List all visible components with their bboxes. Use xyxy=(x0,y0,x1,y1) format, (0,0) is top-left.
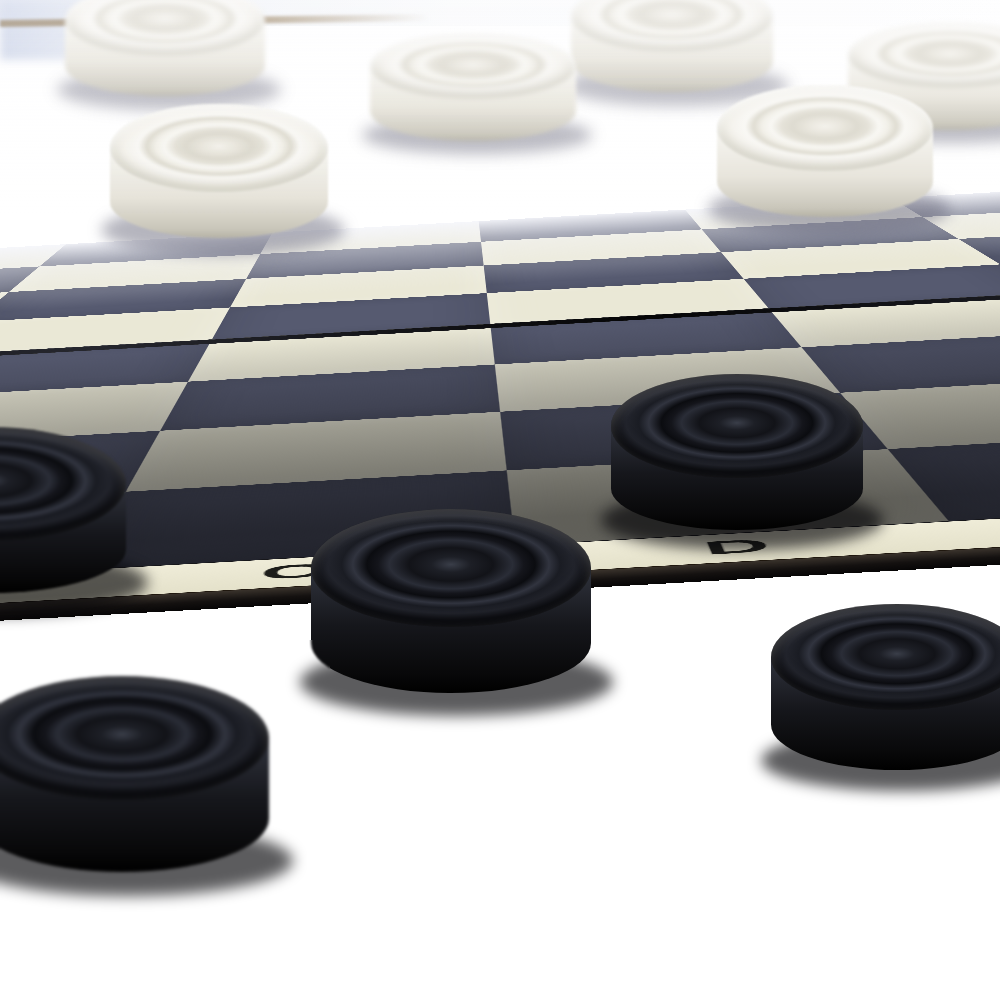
white-checker-e5[interactable] xyxy=(717,85,933,217)
black-checker-c1[interactable] xyxy=(0,676,269,872)
piece-top xyxy=(110,104,328,192)
piece-top xyxy=(311,509,591,627)
checkers-photo-scene: ABCDEFGH xyxy=(0,0,1000,1000)
piece-top xyxy=(717,85,933,171)
pieces-layer xyxy=(0,0,1000,1000)
white-checker-c7[interactable] xyxy=(65,0,265,96)
black-checker-d2[interactable] xyxy=(311,509,591,693)
white-checker-c5[interactable] xyxy=(110,104,328,238)
black-checker-e3[interactable] xyxy=(611,374,863,530)
black-checker-e1[interactable] xyxy=(771,604,1000,770)
black-checker-c3[interactable] xyxy=(0,427,126,593)
white-checker-e7[interactable] xyxy=(571,0,773,92)
piece-top xyxy=(611,374,863,478)
white-checker-d6[interactable] xyxy=(370,33,576,141)
piece-top xyxy=(370,33,576,99)
